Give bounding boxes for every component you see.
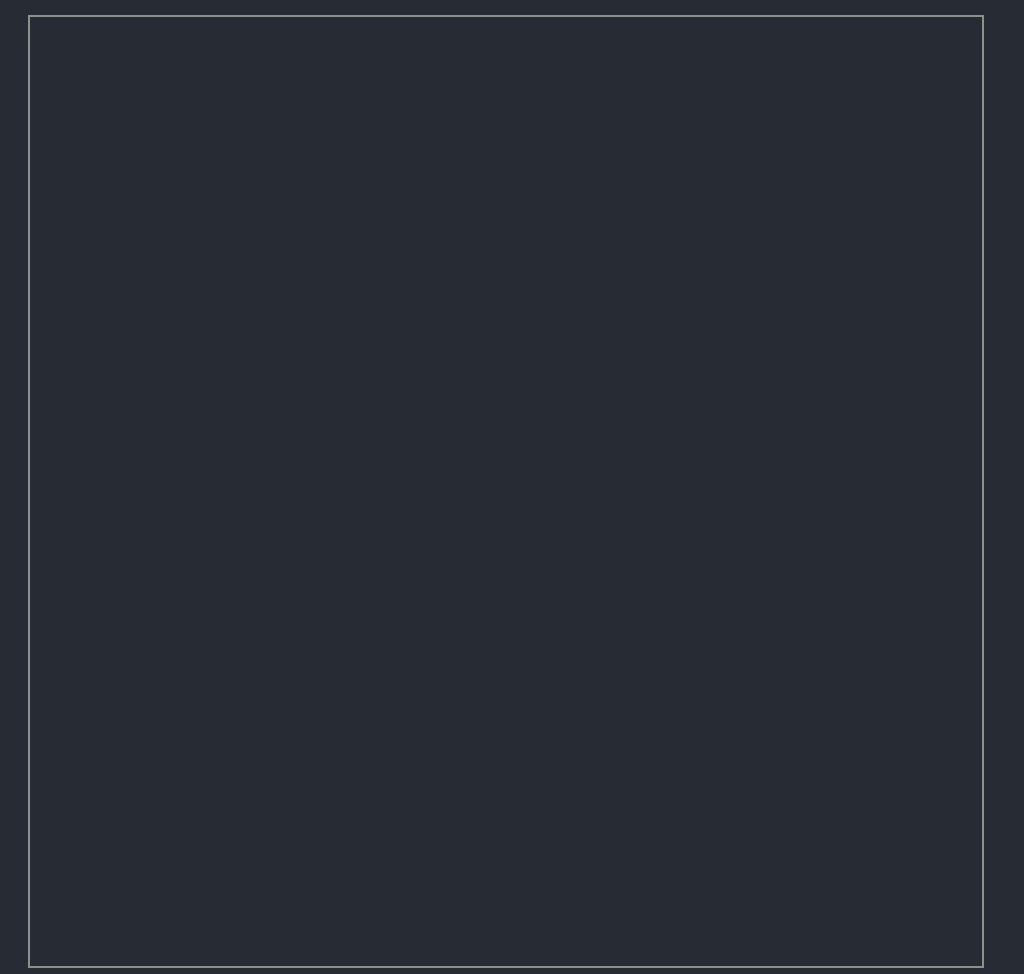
file-labels-top — [30, 0, 982, 11]
rank-labels-left — [0, 17, 30, 966]
board-frame — [0, 0, 1024, 974]
rank-labels-right — [982, 17, 1020, 966]
chess-board — [30, 17, 982, 966]
